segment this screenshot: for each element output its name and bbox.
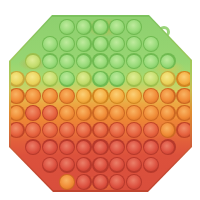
bubble-r4c2 <box>25 71 41 87</box>
bubble-r7c10 <box>160 122 176 138</box>
bubble-r10c4 <box>109 174 125 190</box>
bubble-r9c5 <box>109 157 125 173</box>
bubble-dome <box>161 89 175 103</box>
bubble-r7c6 <box>92 122 108 138</box>
bubble-r1c4 <box>109 19 125 35</box>
bubble-dome <box>161 106 175 120</box>
bubble-r2c1 <box>42 36 58 52</box>
bubble-dome <box>161 72 175 86</box>
bubble-r6c3 <box>42 105 58 121</box>
bubble-r2c2 <box>59 36 75 52</box>
bubble-r3c3 <box>59 53 75 69</box>
bubble-dome <box>144 55 158 69</box>
bubble-dome <box>60 72 74 86</box>
bubble-dome <box>144 89 158 103</box>
bubble-dome <box>94 106 108 120</box>
bubble-dome <box>161 141 175 155</box>
bubble-r10c1 <box>59 174 75 190</box>
bubble-dome <box>144 141 158 155</box>
bubble-dome <box>94 123 108 137</box>
bubble-dome <box>77 158 91 172</box>
bubble-dome <box>127 106 141 120</box>
bubble-dome <box>43 55 57 69</box>
bubble-r8c9 <box>160 139 176 155</box>
bubble-dome <box>43 106 57 120</box>
bubble-r1c1 <box>59 19 75 35</box>
bubble-r3c7 <box>126 53 142 69</box>
bubble-dome <box>127 72 141 86</box>
bubble-r8c7 <box>126 139 142 155</box>
bubble-r5c1 <box>8 88 24 104</box>
bubble-r6c4 <box>59 105 75 121</box>
bubble-r6c8 <box>126 105 142 121</box>
bubble-r2c4 <box>92 36 108 52</box>
bubble-dome <box>110 72 124 86</box>
bubble-r4c10 <box>160 71 176 87</box>
bubble-r8c8 <box>143 139 159 155</box>
bubble-dome <box>178 106 192 120</box>
bubble-dome <box>110 55 124 69</box>
bubble-dome <box>60 89 74 103</box>
bubble-r6c5 <box>76 105 92 121</box>
bubble-r5c4 <box>59 88 75 104</box>
bubble-dome <box>43 89 57 103</box>
bubble-r5c5 <box>76 88 92 104</box>
bubble-r7c11 <box>176 122 192 138</box>
bubble-dome <box>94 20 108 34</box>
bubble-dome <box>178 123 192 137</box>
board-face <box>11 17 190 190</box>
bubble-r3c8 <box>143 53 159 69</box>
bubble-dome <box>127 20 141 34</box>
bubble-r2c6 <box>126 36 142 52</box>
bubble-dome <box>26 55 40 69</box>
bubble-dome <box>77 37 91 51</box>
bubble-dome <box>60 141 74 155</box>
bubble-dome <box>110 106 124 120</box>
bubble-dome <box>10 123 24 137</box>
bubble-dome <box>127 55 141 69</box>
bubble-r6c10 <box>160 105 176 121</box>
bubble-r9c1 <box>42 157 58 173</box>
bubble-dome <box>60 158 74 172</box>
bubble-dome <box>77 106 91 120</box>
bubble-r5c7 <box>109 88 125 104</box>
bubble-r7c1 <box>8 122 24 138</box>
bubble-dome <box>110 158 124 172</box>
bubble-dome <box>161 55 175 69</box>
bubble-r3c4 <box>76 53 92 69</box>
bubble-dome <box>127 89 141 103</box>
bubble-r5c11 <box>176 88 192 104</box>
bubble-r4c5 <box>76 71 92 87</box>
bubble-dome <box>110 141 124 155</box>
bubble-dome <box>94 158 108 172</box>
bubble-dome <box>161 123 175 137</box>
bubble-r4c11 <box>176 71 192 87</box>
bubble-dome <box>43 141 57 155</box>
bubble-r4c4 <box>59 71 75 87</box>
bubble-dome <box>94 89 108 103</box>
bubble-dome <box>127 158 141 172</box>
bubble-dome <box>127 141 141 155</box>
bubble-r5c10 <box>160 88 176 104</box>
bubble-dome <box>77 72 91 86</box>
bubble-r6c2 <box>25 105 41 121</box>
bubble-r4c9 <box>143 71 159 87</box>
bubble-r10c3 <box>92 174 108 190</box>
bubble-dome <box>144 158 158 172</box>
bubble-r7c5 <box>76 122 92 138</box>
bubble-r7c3 <box>42 122 58 138</box>
bubble-r3c6 <box>109 53 125 69</box>
bubble-dome <box>110 175 124 189</box>
bubble-r7c9 <box>143 122 159 138</box>
bubble-dome <box>178 72 192 86</box>
bubble-r2c5 <box>109 36 125 52</box>
bubble-r10c5 <box>126 174 142 190</box>
bubble-dome <box>127 175 141 189</box>
bubble-r2c7 <box>143 36 159 52</box>
bubble-r6c1 <box>8 105 24 121</box>
bubble-r8c1 <box>25 139 41 155</box>
bubble-dome <box>178 89 192 103</box>
bubble-dome <box>10 72 24 86</box>
bubble-r1c2 <box>76 19 92 35</box>
bubble-dome <box>94 55 108 69</box>
bubble-dome <box>94 175 108 189</box>
bubble-dome <box>10 89 24 103</box>
bubble-dome <box>94 72 108 86</box>
bubble-r3c1 <box>25 53 41 69</box>
bubble-dome <box>127 37 141 51</box>
bubble-dome <box>110 89 124 103</box>
bubble-dome <box>43 158 57 172</box>
bubble-dome <box>26 141 40 155</box>
bubble-dome <box>26 89 40 103</box>
bubble-r5c3 <box>42 88 58 104</box>
bubble-dome <box>26 106 40 120</box>
bubble-r1c3 <box>92 19 108 35</box>
bubble-dome <box>110 123 124 137</box>
bubble-r4c3 <box>42 71 58 87</box>
bubble-r8c4 <box>76 139 92 155</box>
bubble-dome <box>144 123 158 137</box>
bubble-dome <box>77 55 91 69</box>
bubble-r3c9 <box>160 53 176 69</box>
bubble-r7c8 <box>126 122 142 138</box>
bubble-r1c5 <box>126 19 142 35</box>
bubble-r6c6 <box>92 105 108 121</box>
bubble-dome <box>144 37 158 51</box>
bubble-dome <box>10 106 24 120</box>
bubble-r4c6 <box>92 71 108 87</box>
bubble-r8c3 <box>59 139 75 155</box>
bubble-r6c9 <box>143 105 159 121</box>
bubble-r4c1 <box>8 71 24 87</box>
bubble-dome <box>77 141 91 155</box>
bubble-r4c8 <box>126 71 142 87</box>
bubble-r9c2 <box>59 157 75 173</box>
bubble-r2c3 <box>76 36 92 52</box>
bubble-dome <box>144 106 158 120</box>
bubble-r9c6 <box>126 157 142 173</box>
bubble-r10c2 <box>76 174 92 190</box>
bubble-dome <box>110 37 124 51</box>
bubble-r3c2 <box>42 53 58 69</box>
bubble-r5c8 <box>126 88 142 104</box>
bubble-dome <box>144 72 158 86</box>
bubble-dome <box>60 175 74 189</box>
bubble-r3c5 <box>92 53 108 69</box>
bubble-dome <box>60 55 74 69</box>
bubble-dome <box>94 141 108 155</box>
bubble-r8c6 <box>109 139 125 155</box>
bubble-r5c2 <box>25 88 41 104</box>
bubble-dome <box>77 175 91 189</box>
bubble-dome <box>77 20 91 34</box>
bubble-r5c6 <box>92 88 108 104</box>
bubble-r9c3 <box>76 157 92 173</box>
product-photo <box>0 0 200 200</box>
bubble-dome <box>77 89 91 103</box>
bubble-dome <box>60 37 74 51</box>
bubble-dome <box>43 72 57 86</box>
bubble-r9c4 <box>92 157 108 173</box>
bubble-dome <box>26 72 40 86</box>
bubble-r6c11 <box>176 105 192 121</box>
bubble-r7c4 <box>59 122 75 138</box>
bubble-dome <box>60 106 74 120</box>
bubble-r7c2 <box>25 122 41 138</box>
bubble-dome <box>110 20 124 34</box>
bubble-dome <box>26 123 40 137</box>
bubble-dome <box>43 37 57 51</box>
bubble-dome <box>43 123 57 137</box>
bubble-r8c5 <box>92 139 108 155</box>
bubble-r5c9 <box>143 88 159 104</box>
bubble-r8c2 <box>42 139 58 155</box>
bubble-dome <box>77 123 91 137</box>
bubble-r4c7 <box>109 71 125 87</box>
bubble-dome <box>127 123 141 137</box>
bubble-dome <box>60 20 74 34</box>
bubble-dome <box>94 37 108 51</box>
bubble-r9c7 <box>143 157 159 173</box>
bubble-r7c7 <box>109 122 125 138</box>
pop-it-board <box>9 15 192 192</box>
bubble-r6c7 <box>109 105 125 121</box>
bubble-dome <box>60 123 74 137</box>
